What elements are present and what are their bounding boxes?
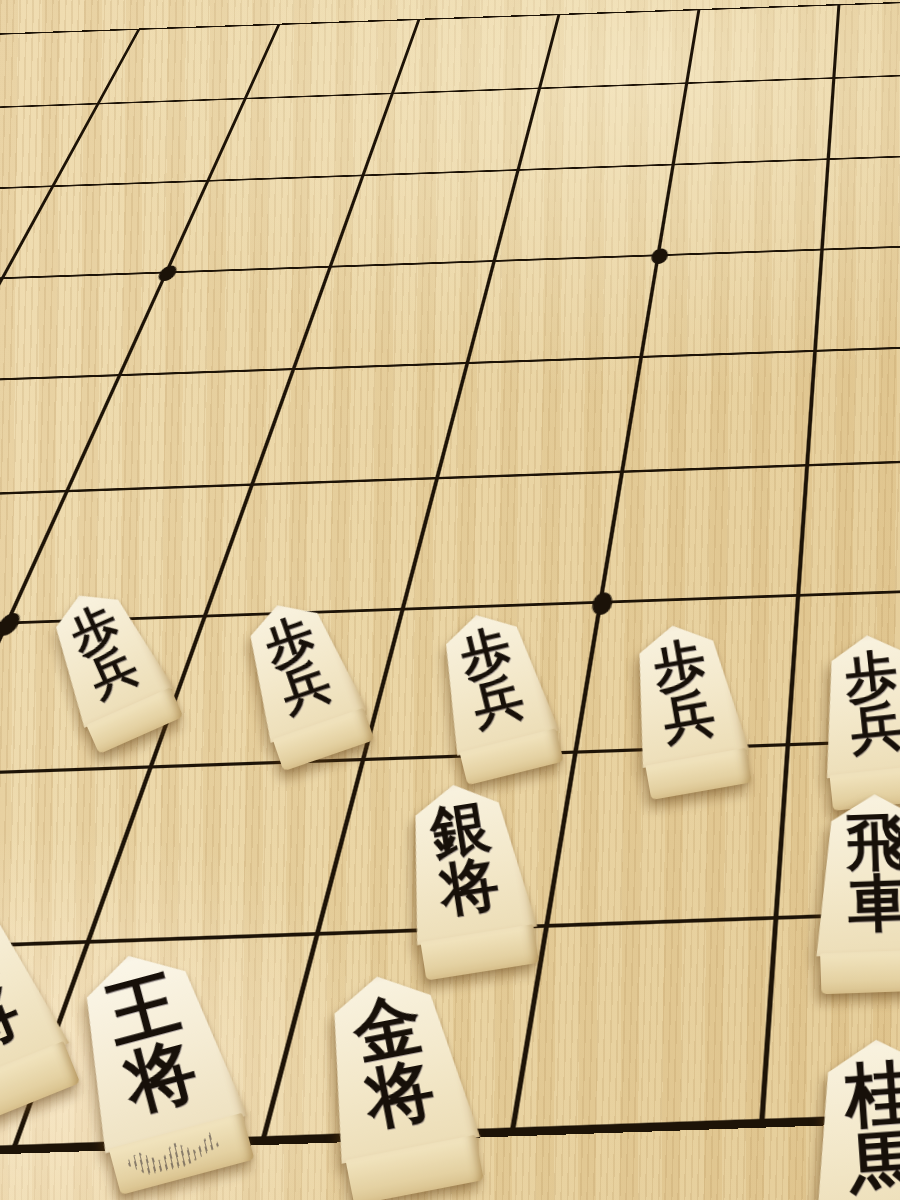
- piece-kanji: 歩兵: [842, 647, 900, 775]
- shogi-piece-pawn-4g: 歩兵: [424, 602, 567, 786]
- shogi-board-photo: 歩兵 歩兵 歩兵 歩兵: [0, 0, 900, 1200]
- piece-kanji: 歩兵: [650, 635, 722, 763]
- piece-face: 桂馬: [802, 1035, 900, 1200]
- piece-kanji: 王将: [99, 966, 210, 1144]
- shogi-piece-silver-4h: 銀将: [392, 775, 544, 981]
- piece-kanji: 歩兵: [63, 598, 151, 718]
- piece-kanji: 歩兵: [455, 623, 532, 749]
- piece-face: 飛車: [810, 792, 900, 956]
- piece-face: 歩兵: [618, 616, 750, 768]
- shogi-piece-rook-2h: 飛車: [810, 792, 900, 994]
- piece-kanji: 銀将: [427, 796, 506, 940]
- piece-base-side: [820, 949, 900, 995]
- shogi-piece-pawn-6g: 歩兵: [33, 575, 186, 755]
- shogi-piece-knight-2i: 桂馬: [802, 1035, 900, 1200]
- piece-kanji: 歩兵: [259, 610, 342, 734]
- pieces-layer: 歩兵 歩兵 歩兵 歩兵: [0, 0, 900, 1200]
- shogi-piece-king-5i: 王将: [56, 936, 260, 1195]
- shogi-piece-pawn-5g: 歩兵: [228, 588, 378, 771]
- piece-kanji: 金将: [347, 988, 444, 1157]
- piece-kanji: 飛車: [845, 810, 900, 955]
- shogi-piece-gold-4i: 金将: [306, 963, 489, 1200]
- piece-face: 金将: [306, 963, 481, 1165]
- piece-face: 銀将: [392, 775, 538, 945]
- shogi-piece-pawn-2g: 歩兵: [811, 629, 900, 810]
- shogi-piece-pawn-3g: 歩兵: [618, 616, 755, 800]
- piece-face: 歩兵: [811, 629, 900, 778]
- piece-kanji: 桂馬: [843, 1057, 900, 1200]
